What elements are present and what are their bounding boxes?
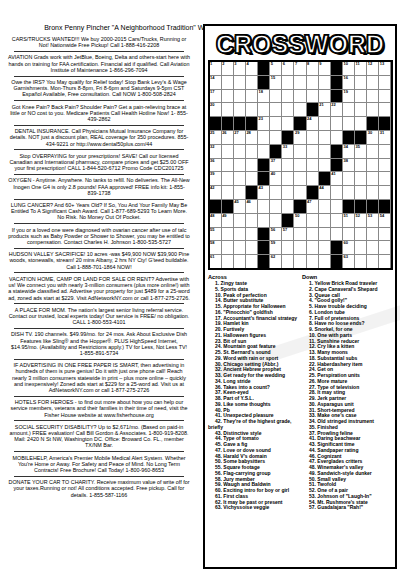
grid-cell[interactable]: 38 xyxy=(343,159,354,172)
grid-cell[interactable] xyxy=(307,90,318,103)
across-clue-list: 1. Zingy taste5. Sports data10. Peak of … xyxy=(208,281,298,511)
grid-cell[interactable]: 25 xyxy=(210,131,221,144)
grid-cell[interactable] xyxy=(355,117,366,130)
grid-cell[interactable]: 10 xyxy=(343,62,354,75)
grid-cell[interactable]: 5 xyxy=(270,62,281,75)
ad-divider xyxy=(14,51,184,52)
grid-cell[interactable] xyxy=(222,228,233,241)
down-clue: 57. Guadalajara "Rah!" xyxy=(302,505,392,511)
cell-number: 38 xyxy=(343,159,347,164)
black-cell xyxy=(331,159,342,172)
classified-ad: LUNG CANCER? And 60+ Years Old? If So, Y… xyxy=(8,202,190,221)
cell-number: 9 xyxy=(319,62,321,67)
grid-cell[interactable] xyxy=(234,241,245,254)
grid-cell[interactable] xyxy=(234,76,245,89)
grid-cell[interactable] xyxy=(379,103,390,116)
grid-cell[interactable]: 36 xyxy=(210,159,221,172)
ad-divider xyxy=(14,76,184,77)
grid-cell[interactable] xyxy=(307,159,318,172)
grid-cell[interactable] xyxy=(258,200,269,213)
cell-number: 14 xyxy=(210,76,214,81)
grid-cell[interactable] xyxy=(282,172,293,185)
grid-cell[interactable] xyxy=(367,159,378,172)
ad-divider xyxy=(14,420,184,421)
cell-number: 63 xyxy=(343,255,347,260)
black-cell xyxy=(294,200,305,213)
classified-ad: Owe the IRS? You May qualify for Relief … xyxy=(8,79,190,98)
grid-cell[interactable] xyxy=(367,76,378,89)
black-cell xyxy=(331,145,342,158)
grid-cell[interactable]: 28 xyxy=(246,131,257,144)
cell-number: 59 xyxy=(271,241,275,246)
grid-cell[interactable]: 48 xyxy=(210,214,221,227)
grid-cell[interactable] xyxy=(319,90,330,103)
classified-ad: Stop OVERPAYING for your prescriptions! … xyxy=(8,153,190,172)
grid-cell[interactable] xyxy=(367,241,378,254)
grid-cell[interactable]: 32 xyxy=(210,145,221,158)
grid-cell[interactable]: 12 xyxy=(367,62,378,75)
cell-number: 53 xyxy=(368,214,372,219)
grid-cell[interactable] xyxy=(246,172,257,185)
grid-cell[interactable] xyxy=(379,76,390,89)
grid-cell[interactable] xyxy=(367,172,378,185)
cell-number: 32 xyxy=(210,145,214,150)
grid-cell[interactable]: 60 xyxy=(343,241,354,254)
grid-cell[interactable] xyxy=(270,186,281,199)
grid-cell[interactable]: 19 xyxy=(343,90,354,103)
grid-cell[interactable]: 50 xyxy=(294,214,305,227)
cell-number: 57 xyxy=(283,228,287,233)
grid-cell[interactable] xyxy=(331,214,342,227)
grid-cell[interactable] xyxy=(367,255,378,268)
black-cell xyxy=(331,62,342,75)
grid-cell[interactable]: 57 xyxy=(282,228,293,241)
grid-cell[interactable]: 43 xyxy=(258,186,269,199)
grid-cell[interactable]: 51 xyxy=(343,214,354,227)
grid-cell[interactable] xyxy=(331,228,342,241)
cell-number: 54 xyxy=(380,214,384,219)
grid-cell[interactable] xyxy=(307,145,318,158)
black-cell xyxy=(355,131,366,144)
cell-number: 51 xyxy=(343,214,347,219)
grid-cell[interactable]: 15 xyxy=(270,76,281,89)
grid-cell[interactable] xyxy=(355,255,366,268)
grid-cell[interactable] xyxy=(222,186,233,199)
black-cell xyxy=(379,200,390,213)
grid-cell[interactable] xyxy=(222,90,233,103)
black-cell xyxy=(258,228,269,241)
grid-cell[interactable] xyxy=(270,131,281,144)
black-cell xyxy=(355,200,366,213)
grid-cell[interactable] xyxy=(282,76,293,89)
grid-cell[interactable] xyxy=(319,214,330,227)
grid-cell[interactable]: 59 xyxy=(270,241,281,254)
grid-cell[interactable] xyxy=(307,172,318,185)
ad-divider xyxy=(14,328,184,329)
grid-cell[interactable] xyxy=(258,103,269,116)
grid-cell[interactable]: 3 xyxy=(234,62,245,75)
classified-ad: HOTELS FOR HEROES - to find out more abo… xyxy=(8,399,190,418)
cell-number: 25 xyxy=(210,131,214,136)
grid-cell[interactable] xyxy=(222,172,233,185)
cell-number: 50 xyxy=(295,214,299,219)
grid-cell[interactable] xyxy=(246,255,257,268)
crossword-grid[interactable]: 1234567891011121314151617181920212223242… xyxy=(208,60,393,270)
grid-cell[interactable] xyxy=(222,241,233,254)
grid-cell[interactable] xyxy=(294,228,305,241)
grid-cell[interactable] xyxy=(379,186,390,199)
grid-cell[interactable] xyxy=(355,241,366,254)
grid-cell[interactable] xyxy=(355,186,366,199)
grid-cell[interactable]: 33 xyxy=(282,145,293,158)
grid-cell[interactable] xyxy=(343,186,354,199)
classified-ad: CARS/TRUCKS WANTED!!! We buy 2000-2015 C… xyxy=(8,36,190,48)
grid-cell[interactable] xyxy=(307,228,318,241)
black-cell xyxy=(270,145,281,158)
black-cell xyxy=(331,76,342,89)
cell-number: 18 xyxy=(259,90,263,95)
ad-divider xyxy=(14,125,184,126)
grid-cell[interactable] xyxy=(270,90,281,103)
black-cell xyxy=(343,200,354,213)
cell-number: 7 xyxy=(295,62,297,67)
cell-number: 13 xyxy=(380,62,384,67)
grid-cell[interactable]: 13 xyxy=(379,62,390,75)
down-clues-column: Down 1. Yellow Brick Road traveler2. Cap… xyxy=(300,274,392,511)
cell-number: 15 xyxy=(271,76,275,81)
black-cell xyxy=(307,186,318,199)
grid-cell[interactable]: 52 xyxy=(355,214,366,227)
ad-divider xyxy=(14,303,184,304)
ad-divider xyxy=(14,174,184,175)
grid-cell[interactable] xyxy=(282,159,293,172)
black-cell xyxy=(246,186,257,199)
grid-cell[interactable] xyxy=(270,200,281,213)
grid-cell[interactable] xyxy=(355,228,366,241)
down-clue-list: 1. Yellow Brick Road traveler2. Cape Can… xyxy=(302,281,392,511)
grid-cell[interactable] xyxy=(319,117,330,130)
grid-cell[interactable] xyxy=(319,200,330,213)
grid-cell[interactable] xyxy=(294,90,305,103)
grid-cell[interactable] xyxy=(258,145,269,158)
grid-cell[interactable]: 14 xyxy=(210,76,221,89)
grid-cell[interactable]: 47 xyxy=(307,200,318,213)
grid-cell[interactable]: 26 xyxy=(222,131,233,144)
grid-cell[interactable] xyxy=(258,214,269,227)
grid-cell[interactable]: 16 xyxy=(343,76,354,89)
cell-number: 22 xyxy=(331,103,335,108)
grid-cell[interactable] xyxy=(355,76,366,89)
grid-cell[interactable] xyxy=(343,103,354,116)
grid-cell[interactable] xyxy=(343,228,354,241)
ad-divider xyxy=(14,396,184,397)
black-cell xyxy=(367,117,378,130)
cell-number: 34 xyxy=(343,145,347,150)
grid-cell[interactable]: 62 xyxy=(270,255,281,268)
grid-cell[interactable]: 55 xyxy=(210,228,221,241)
grid-cell[interactable] xyxy=(234,186,245,199)
cell-number: 19 xyxy=(343,90,347,95)
cell-number: 12 xyxy=(368,62,372,67)
cell-number: 44 xyxy=(319,186,323,191)
classified-ad: DONATE YOUR CAR TO CHARITY. Receive maxi… xyxy=(8,479,190,498)
grid-cell[interactable] xyxy=(270,214,281,227)
grid-cell[interactable] xyxy=(270,117,281,130)
cell-number: 3 xyxy=(234,62,236,67)
grid-cell[interactable] xyxy=(246,103,257,116)
cell-number: 47 xyxy=(307,200,311,205)
classified-ad: HUDSON VALLEY SACRIFICE! 10 acres -was $… xyxy=(8,251,190,270)
grid-cell[interactable]: 24 xyxy=(307,117,318,130)
grid-cell[interactable] xyxy=(234,103,245,116)
grid-cell[interactable]: 18 xyxy=(258,90,269,103)
grid-cell[interactable] xyxy=(367,186,378,199)
grid-cell[interactable] xyxy=(331,186,342,199)
grid-cell[interactable] xyxy=(307,241,318,254)
grid-cell[interactable] xyxy=(282,117,293,130)
cell-number: 10 xyxy=(343,62,347,67)
grid-cell[interactable] xyxy=(270,103,281,116)
black-cell xyxy=(234,117,245,130)
classified-ad: MOBILEHELP, America's Premier Mobile Med… xyxy=(8,455,190,474)
classified-ad: IF ADVERTISING IN ONE FREE PAPER IS SMAR… xyxy=(8,362,190,393)
grid-cell[interactable] xyxy=(379,228,390,241)
grid-cell[interactable]: 58 xyxy=(210,241,221,254)
grid-cell[interactable] xyxy=(246,90,257,103)
grid-cell[interactable]: 46 xyxy=(246,200,257,213)
black-cell xyxy=(210,200,221,213)
grid-cell[interactable] xyxy=(282,90,293,103)
black-cell xyxy=(210,117,221,130)
classified-ad: DISH TV. 190 channels. $49.99/mo. for 24… xyxy=(8,331,190,356)
grid-cell[interactable]: 31 xyxy=(379,131,390,144)
grid-cell[interactable] xyxy=(294,255,305,268)
grid-cell[interactable] xyxy=(331,131,342,144)
grid-cell[interactable] xyxy=(246,76,257,89)
black-cell xyxy=(282,131,293,144)
grid-cell[interactable] xyxy=(367,103,378,116)
grid-cell[interactable] xyxy=(307,131,318,144)
grid-cell[interactable]: 7 xyxy=(294,62,305,75)
cell-number: 4 xyxy=(246,62,248,67)
black-cell xyxy=(379,117,390,130)
grid-cell[interactable] xyxy=(234,90,245,103)
classified-ad: If you or a loved one were diagnosed wit… xyxy=(8,227,190,246)
grid-cell[interactable]: 1 xyxy=(210,62,221,75)
cell-number: 5 xyxy=(271,62,273,67)
grid-cell[interactable] xyxy=(343,172,354,185)
grid-cell[interactable] xyxy=(379,90,390,103)
grid-cell[interactable] xyxy=(294,172,305,185)
grid-cell[interactable] xyxy=(355,172,366,185)
grid-cell[interactable]: 45 xyxy=(234,200,245,213)
cell-number: 56 xyxy=(271,228,275,233)
grid-cell[interactable] xyxy=(282,255,293,268)
grid-cell[interactable] xyxy=(222,255,233,268)
grid-cell[interactable] xyxy=(379,145,390,158)
grid-cell[interactable] xyxy=(234,159,245,172)
grid-cell[interactable] xyxy=(282,186,293,199)
grid-cell[interactable] xyxy=(246,241,257,254)
cell-number: 36 xyxy=(210,159,214,164)
grid-cell[interactable] xyxy=(319,145,330,158)
grid-cell[interactable]: 49 xyxy=(222,214,233,227)
grid-cell[interactable] xyxy=(319,131,330,144)
clues-section: Across 1. Zingy taste5. Sports data10. P… xyxy=(208,274,392,511)
grid-cell[interactable]: 34 xyxy=(343,145,354,158)
grid-cell[interactable] xyxy=(331,117,342,130)
grid-cell[interactable] xyxy=(246,159,257,172)
grid-cell[interactable]: 2 xyxy=(222,62,233,75)
grid-cell[interactable] xyxy=(222,159,233,172)
cell-number: 46 xyxy=(246,200,250,205)
grid-cell[interactable] xyxy=(367,90,378,103)
black-cell xyxy=(258,76,269,89)
classified-ad: DENTAL INSURANCE. Call Physicians Mutual… xyxy=(8,128,190,147)
black-cell xyxy=(258,172,269,185)
grid-cell[interactable] xyxy=(282,200,293,213)
grid-cell[interactable]: 41 xyxy=(331,172,342,185)
ad-divider xyxy=(14,272,184,273)
cell-number: 6 xyxy=(283,62,285,67)
grid-cell[interactable] xyxy=(294,76,305,89)
grid-cell[interactable] xyxy=(294,103,305,116)
grid-cell[interactable]: 4 xyxy=(246,62,257,75)
grid-cell[interactable] xyxy=(307,255,318,268)
grid-cell[interactable] xyxy=(307,214,318,227)
grid-cell[interactable] xyxy=(222,103,233,116)
grid-cell[interactable]: 39 xyxy=(210,172,221,185)
grid-cell[interactable]: 27 xyxy=(234,131,245,144)
cell-number: 48 xyxy=(210,214,214,219)
grid-cell[interactable]: 30 xyxy=(367,131,378,144)
cell-number: 31 xyxy=(380,131,384,136)
black-cell xyxy=(367,200,378,213)
cell-number: 23 xyxy=(259,117,263,122)
grid-cell[interactable] xyxy=(234,214,245,227)
grid-cell[interactable]: 35 xyxy=(355,145,366,158)
grid-cell[interactable]: 8 xyxy=(307,62,318,75)
grid-cell[interactable] xyxy=(234,228,245,241)
grid-cell[interactable]: 44 xyxy=(319,186,330,199)
grid-cell[interactable] xyxy=(319,76,330,89)
grid-cell[interactable] xyxy=(234,255,245,268)
grid-cell[interactable] xyxy=(367,145,378,158)
grid-cell[interactable]: 40 xyxy=(270,172,281,185)
cell-number: 1 xyxy=(210,62,212,67)
cell-number: 26 xyxy=(222,131,226,136)
grid-cell[interactable] xyxy=(379,241,390,254)
grid-cell[interactable] xyxy=(367,228,378,241)
classified-ad: VACATION HOME, CAMP OR LAND FOR SALE OR … xyxy=(8,276,190,301)
grid-cell[interactable]: 20 xyxy=(210,103,221,116)
grid-cell[interactable] xyxy=(282,103,293,116)
grid-cell[interactable]: 9 xyxy=(319,62,330,75)
grid-cell[interactable]: 6 xyxy=(282,62,293,75)
ad-divider xyxy=(14,100,184,101)
grid-cell[interactable]: 21 xyxy=(319,103,330,116)
grid-cell[interactable] xyxy=(379,159,390,172)
cell-number: 42 xyxy=(210,186,214,191)
cell-number: 24 xyxy=(307,117,311,122)
grid-cell[interactable] xyxy=(222,145,233,158)
grid-cell[interactable]: 53 xyxy=(367,214,378,227)
grid-cell[interactable] xyxy=(246,228,257,241)
classified-ads-column: CARS/TRUCKS WANTED!!! We buy 2000-2015 C… xyxy=(8,36,190,498)
grid-cell[interactable] xyxy=(355,159,366,172)
cell-number: 39 xyxy=(210,172,214,177)
black-cell xyxy=(282,214,293,227)
grid-cell[interactable] xyxy=(331,200,342,213)
grid-cell[interactable]: 56 xyxy=(270,228,281,241)
cell-number: 58 xyxy=(210,241,214,246)
grid-cell[interactable]: 54 xyxy=(379,214,390,227)
cell-number: 8 xyxy=(307,62,309,67)
grid-cell[interactable] xyxy=(222,76,233,89)
grid-cell[interactable] xyxy=(379,172,390,185)
black-cell xyxy=(331,241,342,254)
cell-number: 52 xyxy=(356,214,360,219)
grid-cell[interactable] xyxy=(355,90,366,103)
grid-cell[interactable] xyxy=(319,159,330,172)
grid-cell[interactable] xyxy=(319,241,330,254)
cell-number: 41 xyxy=(331,172,335,177)
classified-ad: A PLACE FOR MOM. The nation's largest se… xyxy=(8,307,190,326)
black-cell xyxy=(319,172,330,185)
grid-cell[interactable]: 61 xyxy=(210,255,221,268)
grid-cell[interactable]: 17 xyxy=(210,90,221,103)
grid-cell[interactable] xyxy=(379,255,390,268)
cell-number: 33 xyxy=(283,145,287,150)
grid-cell[interactable] xyxy=(319,228,330,241)
grid-cell[interactable]: 11 xyxy=(355,62,366,75)
across-clue: 63. Vichyssoise veggie xyxy=(208,505,298,511)
black-cell xyxy=(294,117,305,130)
grid-cell[interactable] xyxy=(282,241,293,254)
grid-cell[interactable]: 63 xyxy=(343,255,354,268)
ad-divider xyxy=(14,476,184,477)
grid-cell[interactable]: 37 xyxy=(270,159,281,172)
classified-ad: Got Knee Pain? Back Pain? Shoulder Pain?… xyxy=(8,104,190,123)
black-cell xyxy=(246,117,257,130)
across-clues-column: Across 1. Zingy taste5. Sports data10. P… xyxy=(208,274,300,511)
grid-cell[interactable] xyxy=(294,159,305,172)
grid-cell[interactable]: 23 xyxy=(258,117,269,130)
ad-divider xyxy=(14,248,184,249)
grid-cell[interactable] xyxy=(319,255,330,268)
grid-cell[interactable] xyxy=(246,214,257,227)
grid-cell[interactable] xyxy=(246,145,257,158)
cell-number: 40 xyxy=(271,172,275,177)
crossword-title: CROSSWORD xyxy=(205,31,395,57)
grid-cell[interactable]: 22 xyxy=(331,103,342,116)
cell-number: 61 xyxy=(210,255,214,260)
grid-cell[interactable] xyxy=(343,117,354,130)
grid-cell[interactable]: 42 xyxy=(210,186,221,199)
grid-cell[interactable] xyxy=(294,145,305,158)
cell-number: 20 xyxy=(210,103,214,108)
cell-number: 37 xyxy=(271,159,275,164)
grid-cell[interactable] xyxy=(234,145,245,158)
across-clue: 42. They're of the highest grade, briefl… xyxy=(208,419,298,431)
grid-cell[interactable] xyxy=(234,172,245,185)
grid-cell[interactable] xyxy=(258,131,269,144)
grid-cell[interactable] xyxy=(307,76,318,89)
grid-cell[interactable]: 29 xyxy=(294,131,305,144)
grid-cell[interactable] xyxy=(294,241,305,254)
grid-cell[interactable] xyxy=(294,186,305,199)
grid-cell[interactable] xyxy=(355,103,366,116)
